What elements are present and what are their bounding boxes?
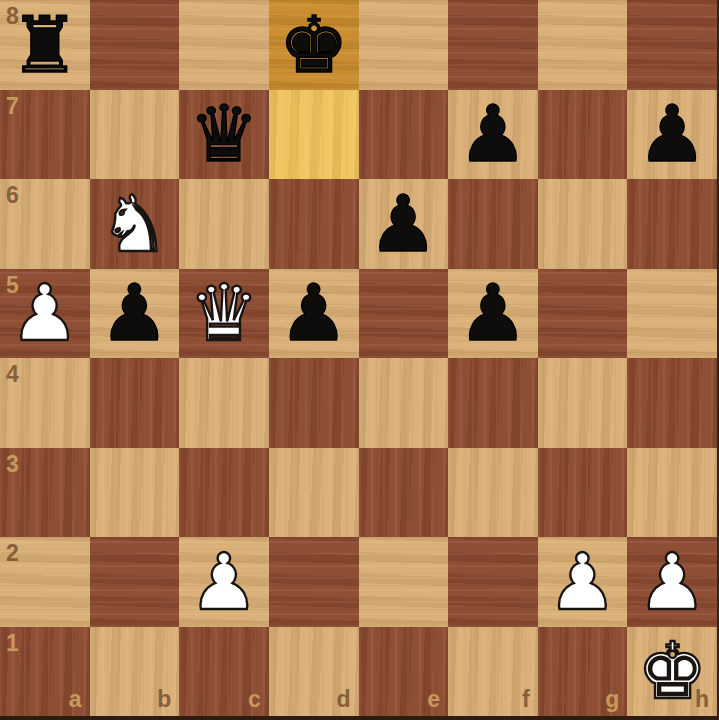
square-b2[interactable] xyxy=(90,537,180,627)
square-h4[interactable] xyxy=(627,358,717,448)
piece-white-pawn[interactable]: ♟ xyxy=(538,537,628,627)
square-b1[interactable]: b xyxy=(90,627,180,717)
file-label-d: d xyxy=(336,688,350,711)
square-e6[interactable]: ♟ xyxy=(359,179,449,269)
square-a7[interactable]: 7 xyxy=(0,90,90,180)
square-b3[interactable] xyxy=(90,448,180,538)
square-d3[interactable] xyxy=(269,448,359,538)
square-g1[interactable]: g xyxy=(538,627,628,717)
square-g2[interactable]: ♟ xyxy=(538,537,628,627)
square-g7[interactable] xyxy=(538,90,628,180)
piece-white-queen[interactable]: ♛ xyxy=(179,269,269,359)
piece-black-pawn[interactable]: ♟ xyxy=(359,179,449,269)
square-g4[interactable] xyxy=(538,358,628,448)
square-f1[interactable]: f xyxy=(448,627,538,717)
rank-label-4: 4 xyxy=(6,363,19,386)
square-a4[interactable]: 4 xyxy=(0,358,90,448)
square-g8[interactable] xyxy=(538,0,628,90)
square-d7[interactable] xyxy=(269,90,359,180)
piece-white-king[interactable]: ♚ xyxy=(627,627,717,717)
square-a5[interactable]: 5♟ xyxy=(0,269,90,359)
file-label-c: c xyxy=(248,688,261,711)
square-d4[interactable] xyxy=(269,358,359,448)
square-e1[interactable]: e xyxy=(359,627,449,717)
square-h6[interactable] xyxy=(627,179,717,269)
rank-label-6: 6 xyxy=(6,184,19,207)
chess-board: 8♜♚7♛♟♟6♞♟5♟♟♛♟♟432♟♟♟1abcdefgh♚ xyxy=(0,0,719,720)
square-b8[interactable] xyxy=(90,0,180,90)
square-a1[interactable]: 1a xyxy=(0,627,90,717)
square-d8[interactable]: ♚ xyxy=(269,0,359,90)
square-g5[interactable] xyxy=(538,269,628,359)
square-h8[interactable] xyxy=(627,0,717,90)
piece-black-pawn[interactable]: ♟ xyxy=(627,90,717,180)
square-f2[interactable] xyxy=(448,537,538,627)
piece-black-rook[interactable]: ♜ xyxy=(0,0,90,90)
square-e8[interactable] xyxy=(359,0,449,90)
square-d2[interactable] xyxy=(269,537,359,627)
square-d1[interactable]: d xyxy=(269,627,359,717)
square-b5[interactable]: ♟ xyxy=(90,269,180,359)
square-c2[interactable]: ♟ xyxy=(179,537,269,627)
piece-white-pawn[interactable]: ♟ xyxy=(0,269,90,359)
square-b7[interactable] xyxy=(90,90,180,180)
square-b6[interactable]: ♞ xyxy=(90,179,180,269)
square-e3[interactable] xyxy=(359,448,449,538)
piece-white-pawn[interactable]: ♟ xyxy=(179,537,269,627)
square-a3[interactable]: 3 xyxy=(0,448,90,538)
file-label-a: a xyxy=(69,688,82,711)
square-d5[interactable]: ♟ xyxy=(269,269,359,359)
piece-black-queen[interactable]: ♛ xyxy=(179,90,269,180)
square-h2[interactable]: ♟ xyxy=(627,537,717,627)
square-f5[interactable]: ♟ xyxy=(448,269,538,359)
square-c6[interactable] xyxy=(179,179,269,269)
square-c1[interactable]: c xyxy=(179,627,269,717)
square-e7[interactable] xyxy=(359,90,449,180)
square-a8[interactable]: 8♜ xyxy=(0,0,90,90)
piece-black-pawn[interactable]: ♟ xyxy=(448,90,538,180)
square-e4[interactable] xyxy=(359,358,449,448)
file-label-f: f xyxy=(522,688,530,711)
square-h5[interactable] xyxy=(627,269,717,359)
square-b4[interactable] xyxy=(90,358,180,448)
square-c8[interactable] xyxy=(179,0,269,90)
square-f8[interactable] xyxy=(448,0,538,90)
square-g6[interactable] xyxy=(538,179,628,269)
square-g3[interactable] xyxy=(538,448,628,538)
rank-label-3: 3 xyxy=(6,453,19,476)
file-label-e: e xyxy=(427,688,440,711)
square-c3[interactable] xyxy=(179,448,269,538)
square-a6[interactable]: 6 xyxy=(0,179,90,269)
square-h7[interactable]: ♟ xyxy=(627,90,717,180)
piece-white-pawn[interactable]: ♟ xyxy=(627,537,717,627)
square-a2[interactable]: 2 xyxy=(0,537,90,627)
square-f6[interactable] xyxy=(448,179,538,269)
rank-label-1: 1 xyxy=(6,632,19,655)
square-c7[interactable]: ♛ xyxy=(179,90,269,180)
file-label-g: g xyxy=(605,688,619,711)
square-h3[interactable] xyxy=(627,448,717,538)
square-f3[interactable] xyxy=(448,448,538,538)
square-c4[interactable] xyxy=(179,358,269,448)
piece-black-king[interactable]: ♚ xyxy=(269,0,359,90)
piece-black-pawn[interactable]: ♟ xyxy=(269,269,359,359)
square-d6[interactable] xyxy=(269,179,359,269)
piece-white-knight[interactable]: ♞ xyxy=(90,179,180,269)
square-e5[interactable] xyxy=(359,269,449,359)
square-f4[interactable] xyxy=(448,358,538,448)
rank-label-7: 7 xyxy=(6,95,19,118)
square-f7[interactable]: ♟ xyxy=(448,90,538,180)
square-c5[interactable]: ♛ xyxy=(179,269,269,359)
file-label-b: b xyxy=(157,688,171,711)
piece-black-pawn[interactable]: ♟ xyxy=(90,269,180,359)
square-h1[interactable]: h♚ xyxy=(627,627,717,717)
rank-label-2: 2 xyxy=(6,542,19,565)
piece-black-pawn[interactable]: ♟ xyxy=(448,269,538,359)
square-e2[interactable] xyxy=(359,537,449,627)
